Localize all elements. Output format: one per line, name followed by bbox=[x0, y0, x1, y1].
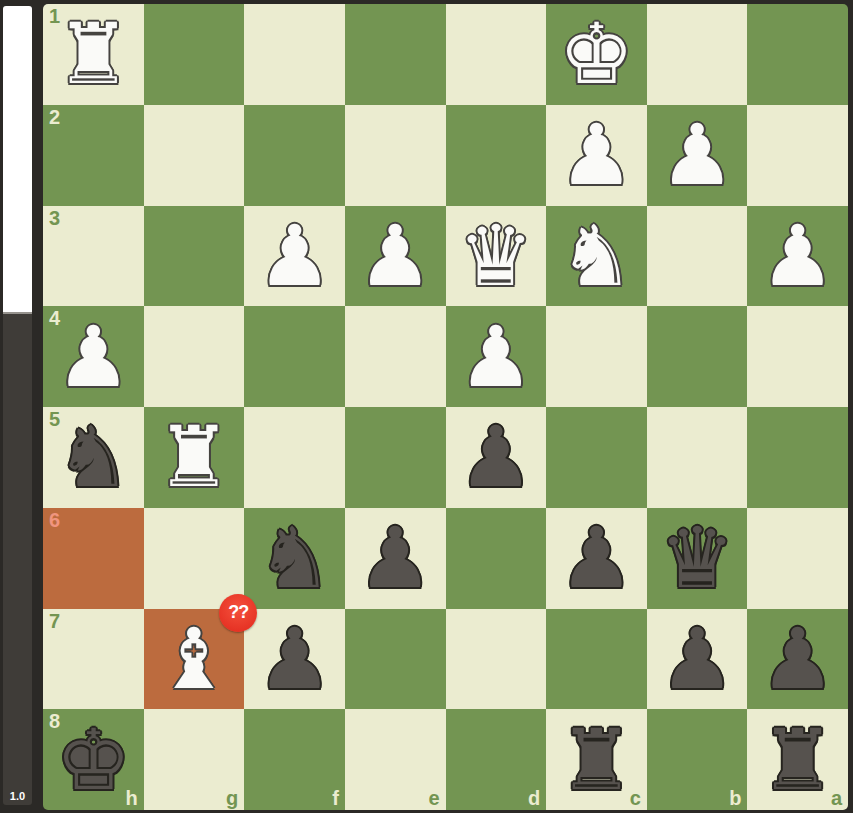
square-g8[interactable]: g bbox=[144, 709, 245, 810]
square-d2[interactable] bbox=[446, 105, 547, 206]
chess-board: 1♜♚2♟♟3♟♟♛♞♟4♟♟5♞♜♟6♞♟♟♛7♝??♟♟♟8h♚gfedc♜… bbox=[43, 4, 848, 810]
square-g1[interactable] bbox=[144, 4, 245, 105]
square-e7[interactable] bbox=[345, 609, 446, 710]
square-d7[interactable] bbox=[446, 609, 547, 710]
piece-black-rook-a8[interactable]: ♜ bbox=[760, 718, 835, 802]
rank-label-6: 6 bbox=[49, 510, 60, 530]
square-h1[interactable]: 1♜ bbox=[43, 4, 144, 105]
piece-white-knight-c3[interactable]: ♞ bbox=[559, 214, 634, 298]
square-b7[interactable]: ♟ bbox=[647, 609, 748, 710]
square-e3[interactable]: ♟ bbox=[345, 206, 446, 307]
piece-black-pawn-f7[interactable]: ♟ bbox=[257, 617, 332, 701]
rank-label-1: 1 bbox=[49, 6, 60, 26]
piece-white-rook-g5[interactable]: ♜ bbox=[156, 415, 231, 499]
square-b8[interactable]: b bbox=[647, 709, 748, 810]
square-h4[interactable]: 4♟ bbox=[43, 306, 144, 407]
square-d8[interactable]: d bbox=[446, 709, 547, 810]
piece-white-pawn-f3[interactable]: ♟ bbox=[257, 214, 332, 298]
square-e1[interactable] bbox=[345, 4, 446, 105]
square-b3[interactable] bbox=[647, 206, 748, 307]
square-b6[interactable]: ♛ bbox=[647, 508, 748, 609]
square-f6[interactable]: ♞ bbox=[244, 508, 345, 609]
square-a3[interactable]: ♟ bbox=[747, 206, 848, 307]
square-a2[interactable] bbox=[747, 105, 848, 206]
piece-white-king-c1[interactable]: ♚ bbox=[559, 12, 634, 96]
square-g3[interactable] bbox=[144, 206, 245, 307]
square-a7[interactable]: ♟ bbox=[747, 609, 848, 710]
piece-black-knight-f6[interactable]: ♞ bbox=[257, 516, 332, 600]
evaluation-bar-white-section bbox=[3, 6, 32, 314]
rank-label-2: 2 bbox=[49, 107, 60, 127]
square-h7[interactable]: 7 bbox=[43, 609, 144, 710]
rank-label-4: 4 bbox=[49, 308, 60, 328]
file-label-b: b bbox=[729, 788, 741, 808]
square-a5[interactable] bbox=[747, 407, 848, 508]
file-label-f: f bbox=[332, 788, 339, 808]
piece-white-pawn-h4[interactable]: ♟ bbox=[56, 315, 131, 399]
square-d6[interactable] bbox=[446, 508, 547, 609]
square-f1[interactable] bbox=[244, 4, 345, 105]
square-f2[interactable] bbox=[244, 105, 345, 206]
square-c4[interactable] bbox=[546, 306, 647, 407]
piece-black-pawn-d5[interactable]: ♟ bbox=[458, 415, 533, 499]
square-g7[interactable]: ♝?? bbox=[144, 609, 245, 710]
square-c3[interactable]: ♞ bbox=[546, 206, 647, 307]
piece-white-pawn-c2[interactable]: ♟ bbox=[559, 113, 634, 197]
blunder-badge: ?? bbox=[219, 594, 257, 632]
piece-white-bishop-g7[interactable]: ♝ bbox=[156, 617, 231, 701]
square-a4[interactable] bbox=[747, 306, 848, 407]
square-b2[interactable]: ♟ bbox=[647, 105, 748, 206]
square-h3[interactable]: 3 bbox=[43, 206, 144, 307]
square-d3[interactable]: ♛ bbox=[446, 206, 547, 307]
piece-black-pawn-c6[interactable]: ♟ bbox=[559, 516, 634, 600]
square-e2[interactable] bbox=[345, 105, 446, 206]
square-b4[interactable] bbox=[647, 306, 748, 407]
piece-white-pawn-a3[interactable]: ♟ bbox=[760, 214, 835, 298]
square-e6[interactable]: ♟ bbox=[345, 508, 446, 609]
piece-white-pawn-e3[interactable]: ♟ bbox=[358, 214, 433, 298]
square-c8[interactable]: c♜ bbox=[546, 709, 647, 810]
square-f4[interactable] bbox=[244, 306, 345, 407]
rank-label-8: 8 bbox=[49, 711, 60, 731]
square-f3[interactable]: ♟ bbox=[244, 206, 345, 307]
square-h5[interactable]: 5♞ bbox=[43, 407, 144, 508]
square-a6[interactable] bbox=[747, 508, 848, 609]
file-label-h: h bbox=[125, 788, 137, 808]
square-h2[interactable]: 2 bbox=[43, 105, 144, 206]
rank-label-3: 3 bbox=[49, 208, 60, 228]
piece-black-pawn-a7[interactable]: ♟ bbox=[760, 617, 835, 701]
square-f5[interactable] bbox=[244, 407, 345, 508]
piece-black-queen-b6[interactable]: ♛ bbox=[659, 516, 734, 600]
square-d5[interactable]: ♟ bbox=[446, 407, 547, 508]
square-c6[interactable]: ♟ bbox=[546, 508, 647, 609]
square-d1[interactable] bbox=[446, 4, 547, 105]
square-e5[interactable] bbox=[345, 407, 446, 508]
square-a8[interactable]: a♜ bbox=[747, 709, 848, 810]
piece-black-king-h8[interactable]: ♚ bbox=[56, 718, 131, 802]
piece-white-queen-d3[interactable]: ♛ bbox=[458, 214, 533, 298]
evaluation-bar bbox=[3, 6, 32, 805]
piece-black-rook-c8[interactable]: ♜ bbox=[559, 718, 634, 802]
square-b5[interactable] bbox=[647, 407, 748, 508]
evaluation-score: 1.0 bbox=[3, 790, 32, 802]
file-label-d: d bbox=[528, 788, 540, 808]
square-h6[interactable]: 6 bbox=[43, 508, 144, 609]
analysis-board-page: 1.0 1♜♚2♟♟3♟♟♛♞♟4♟♟5♞♜♟6♞♟♟♛7♝??♟♟♟8h♚gf… bbox=[0, 0, 853, 813]
piece-white-pawn-d4[interactable]: ♟ bbox=[458, 315, 533, 399]
file-label-c: c bbox=[630, 788, 641, 808]
square-e4[interactable] bbox=[345, 306, 446, 407]
square-g2[interactable] bbox=[144, 105, 245, 206]
rank-label-5: 5 bbox=[49, 409, 60, 429]
rank-label-7: 7 bbox=[49, 611, 60, 631]
square-c5[interactable] bbox=[546, 407, 647, 508]
piece-white-rook-h1[interactable]: ♜ bbox=[56, 12, 131, 96]
square-c2[interactable]: ♟ bbox=[546, 105, 647, 206]
piece-black-pawn-b7[interactable]: ♟ bbox=[659, 617, 734, 701]
square-a1[interactable] bbox=[747, 4, 848, 105]
square-g6[interactable] bbox=[144, 508, 245, 609]
piece-black-knight-h5[interactable]: ♞ bbox=[56, 415, 131, 499]
square-h8[interactable]: 8h♚ bbox=[43, 709, 144, 810]
square-f8[interactable]: f bbox=[244, 709, 345, 810]
piece-white-pawn-b2[interactable]: ♟ bbox=[659, 113, 734, 197]
square-g4[interactable] bbox=[144, 306, 245, 407]
square-c7[interactable] bbox=[546, 609, 647, 710]
square-b1[interactable] bbox=[647, 4, 748, 105]
square-c1[interactable]: ♚ bbox=[546, 4, 647, 105]
square-f7[interactable]: ♟ bbox=[244, 609, 345, 710]
square-d4[interactable]: ♟ bbox=[446, 306, 547, 407]
square-g5[interactable]: ♜ bbox=[144, 407, 245, 508]
file-label-e: e bbox=[428, 788, 439, 808]
file-label-g: g bbox=[226, 788, 238, 808]
file-label-a: a bbox=[831, 788, 842, 808]
square-e8[interactable]: e bbox=[345, 709, 446, 810]
piece-black-pawn-e6[interactable]: ♟ bbox=[358, 516, 433, 600]
